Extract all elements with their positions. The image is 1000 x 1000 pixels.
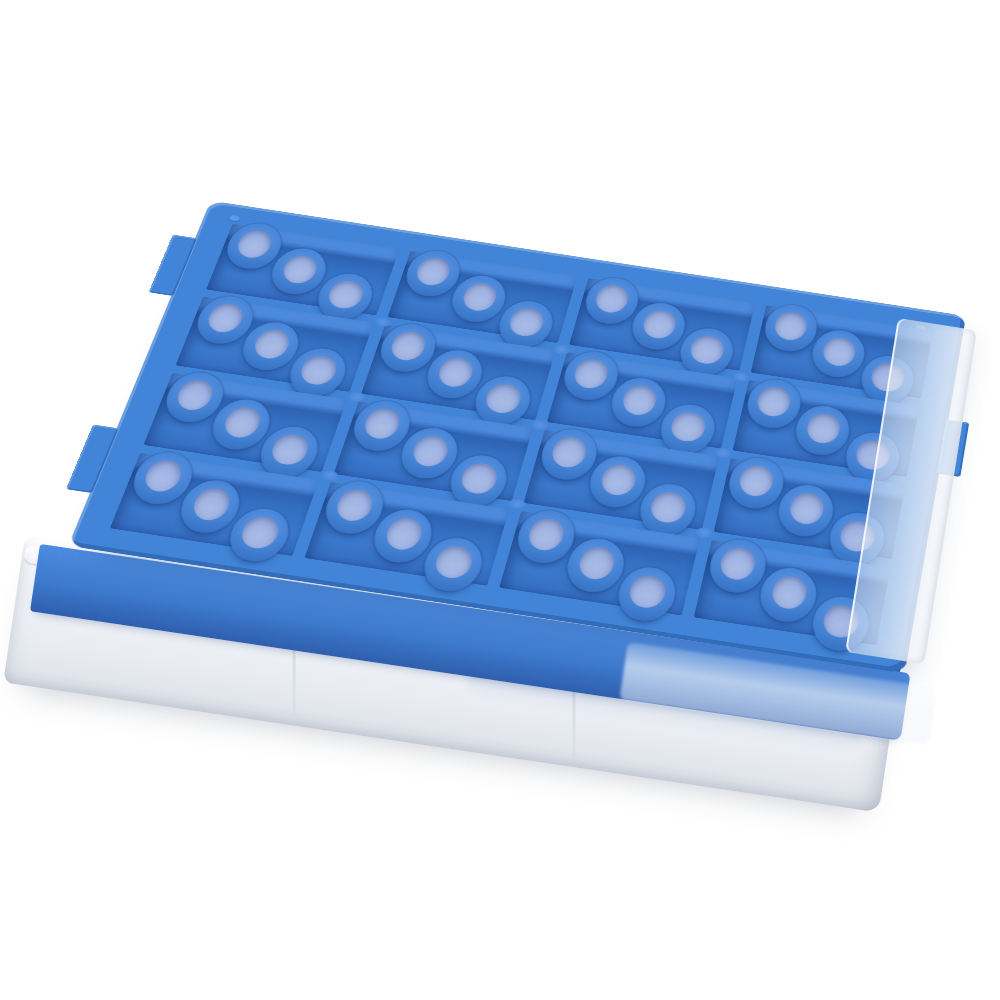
divider-node xyxy=(695,527,713,539)
tube-top-ring xyxy=(756,564,821,625)
tube-top-ring xyxy=(774,482,837,540)
tube-top-ring xyxy=(607,375,671,431)
tube-top-ring xyxy=(792,402,854,458)
rim-bump xyxy=(228,215,240,222)
tube-top-ring xyxy=(809,327,869,381)
tube-top-ring xyxy=(704,536,770,596)
tube-top-ring xyxy=(628,300,691,353)
tray-side-tab xyxy=(66,424,119,493)
tray-side-tab xyxy=(149,235,197,296)
tube-top-ring xyxy=(724,454,788,512)
tube-top-ring xyxy=(760,302,820,355)
product-photo-stage xyxy=(0,0,1000,1000)
tube-top-ring xyxy=(613,563,681,624)
tube-top-ring xyxy=(742,376,804,431)
